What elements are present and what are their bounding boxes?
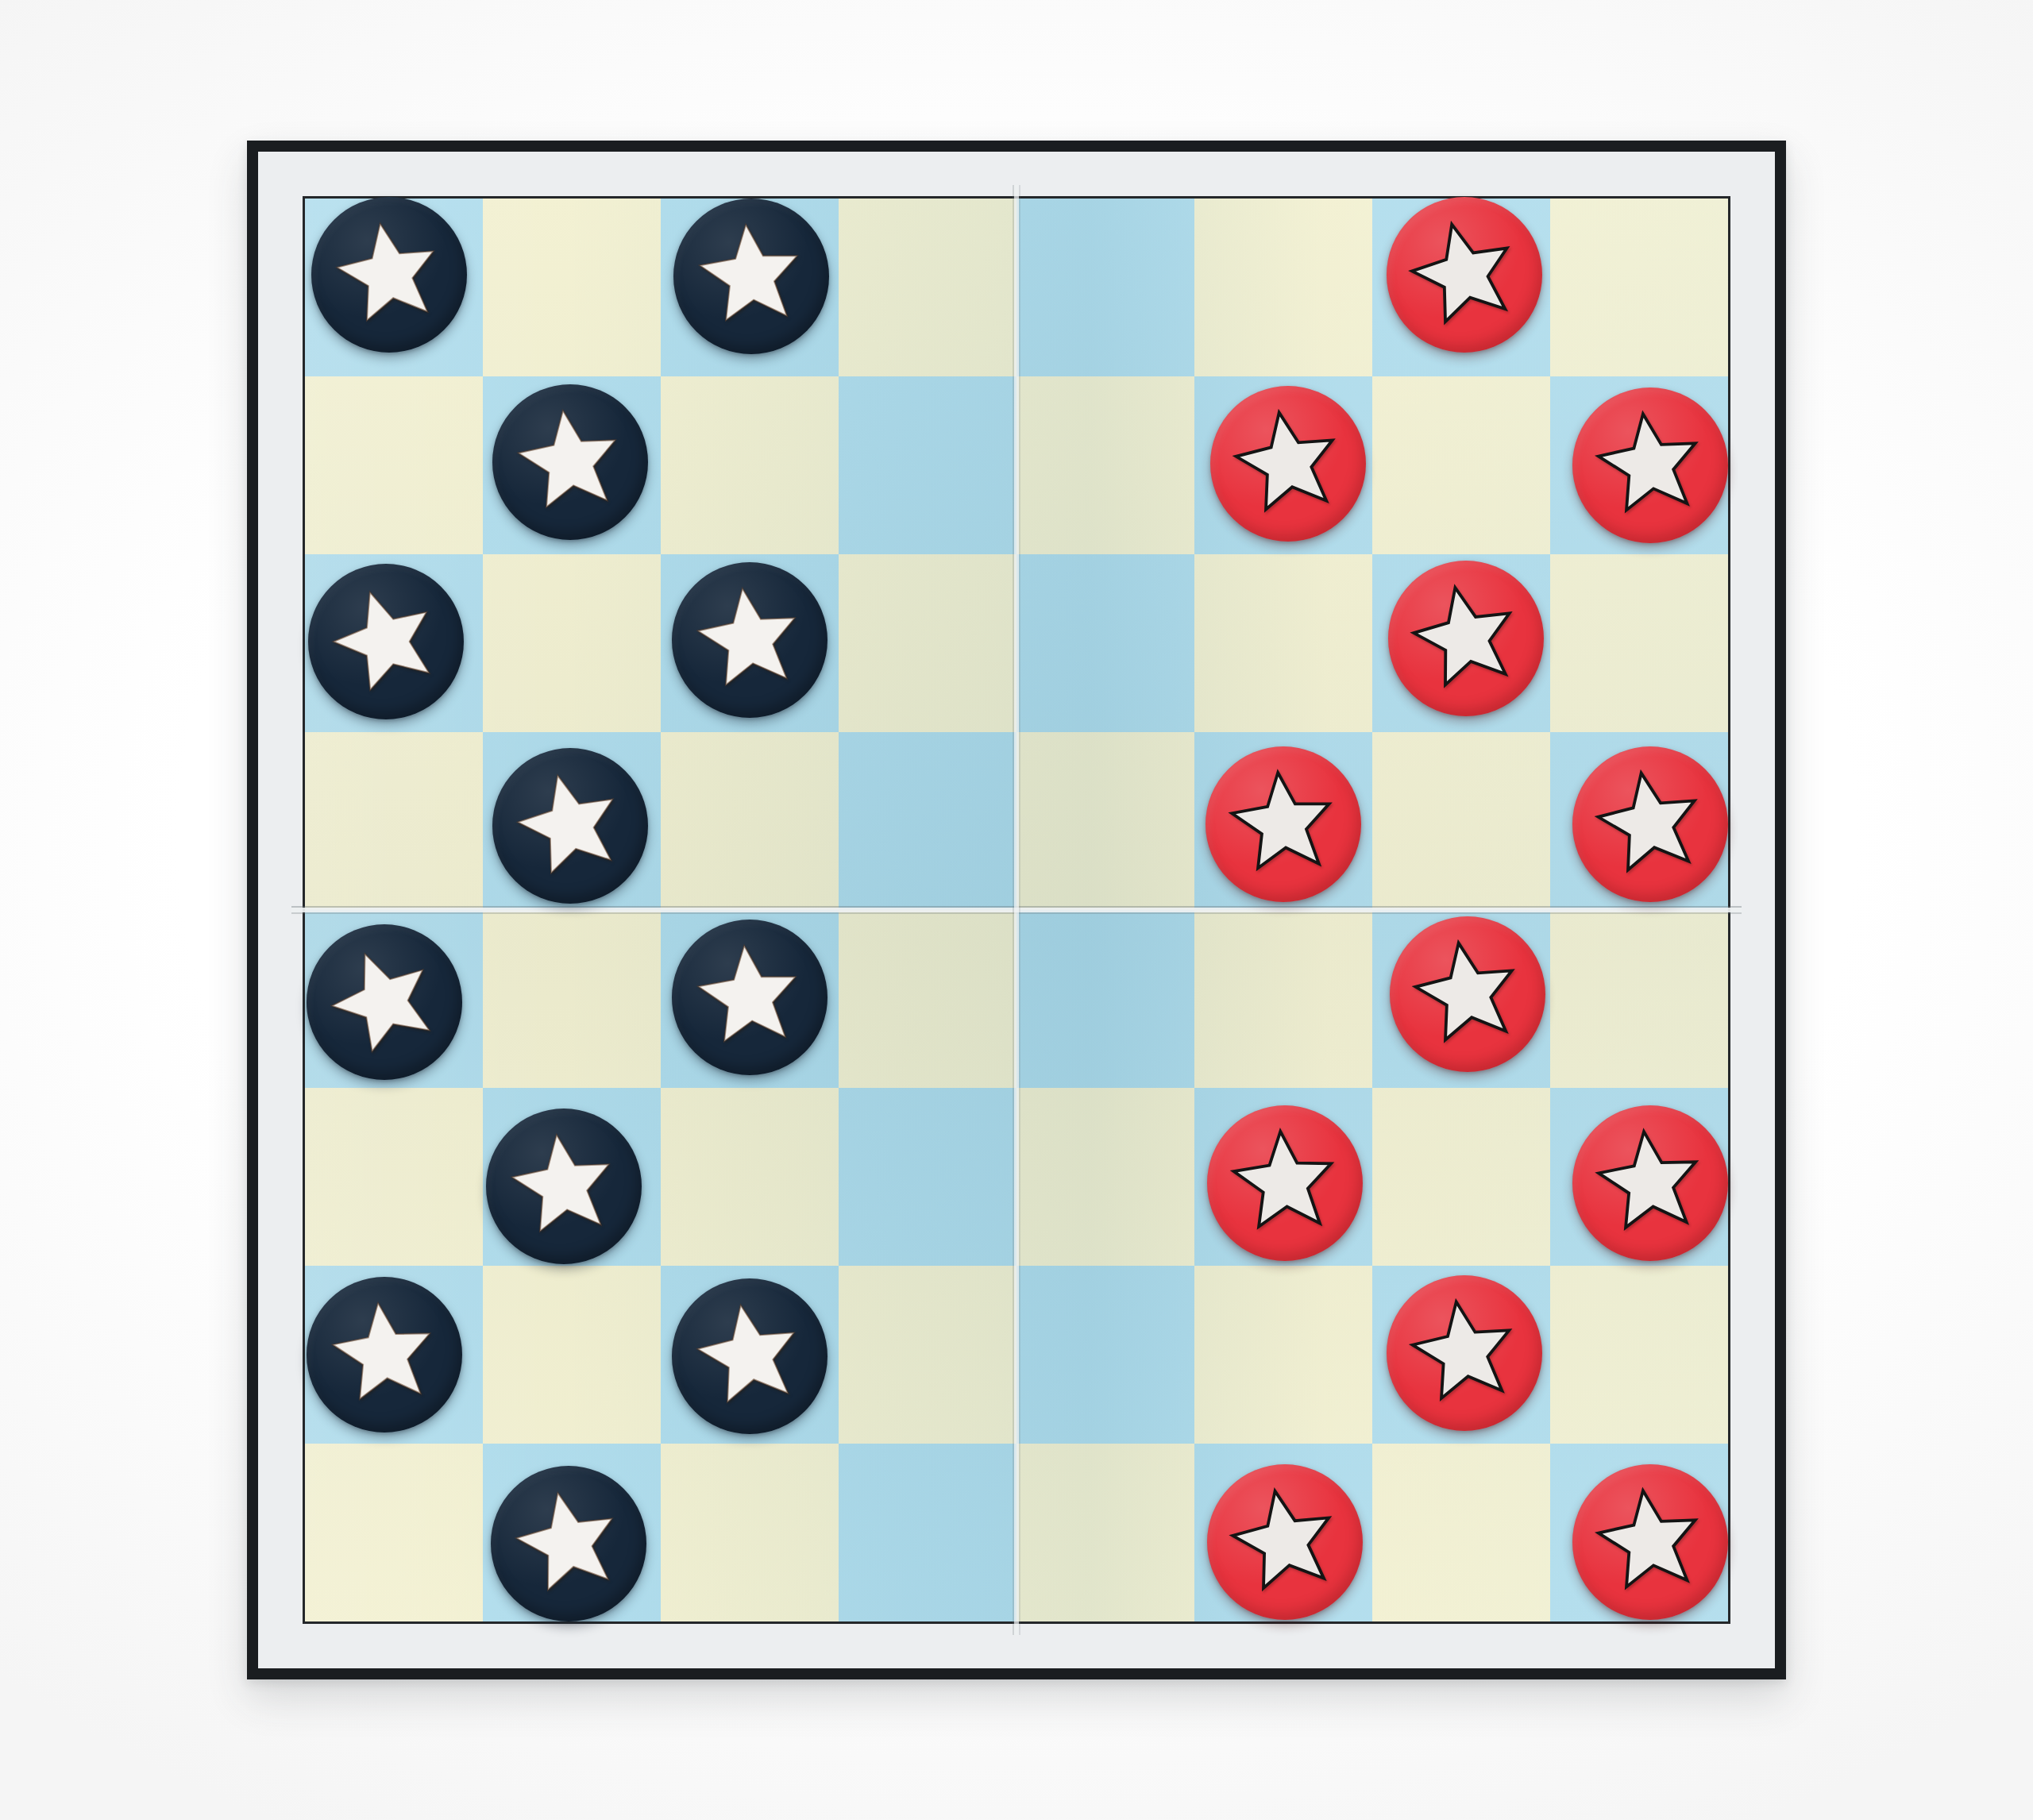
- square-r3c2[interactable]: [483, 554, 661, 732]
- star-icon: [510, 765, 631, 886]
- square-r8c8[interactable]: [1550, 1444, 1728, 1621]
- star-icon: [689, 937, 810, 1058]
- checker-navy-r7c1[interactable]: [307, 1277, 462, 1432]
- checker-red-r2c6[interactable]: [1210, 386, 1366, 542]
- square-r7c6[interactable]: [1194, 1266, 1372, 1444]
- square-r3c1[interactable]: [305, 554, 483, 732]
- square-r8c5[interactable]: [1016, 1444, 1194, 1621]
- square-r7c2[interactable]: [483, 1266, 661, 1444]
- square-r6c1[interactable]: [305, 1088, 483, 1266]
- checker-navy-r7c3[interactable]: [672, 1278, 827, 1434]
- checker-red-r4c6[interactable]: [1206, 746, 1361, 902]
- star-icon: [510, 402, 631, 522]
- square-r7c1[interactable]: [305, 1266, 483, 1444]
- checker-red-r8c8[interactable]: [1572, 1464, 1728, 1620]
- checker-navy-r4c2[interactable]: [492, 748, 648, 904]
- star-icon: [1228, 403, 1348, 524]
- square-r4c2[interactable]: [483, 732, 661, 910]
- square-r5c2[interactable]: [483, 910, 661, 1088]
- checker-navy-r8c2[interactable]: [491, 1466, 646, 1621]
- square-r5c4[interactable]: [839, 910, 1016, 1088]
- square-r2c4[interactable]: [839, 376, 1016, 554]
- square-r3c4[interactable]: [839, 554, 1016, 732]
- checker-navy-r2c2[interactable]: [492, 384, 648, 540]
- star-icon: [329, 214, 449, 335]
- checker-navy-r6c2[interactable]: [486, 1109, 642, 1264]
- square-r1c4[interactable]: [839, 199, 1016, 376]
- checker-red-r1c7[interactable]: [1387, 197, 1542, 353]
- star-icon: [1225, 1482, 1345, 1602]
- checker-red-r6c6[interactable]: [1207, 1105, 1363, 1261]
- star-icon: [326, 581, 446, 702]
- square-r2c7[interactable]: [1372, 376, 1550, 554]
- square-r8c2[interactable]: [483, 1444, 661, 1621]
- checker-navy-r5c1[interactable]: [307, 924, 462, 1080]
- square-r2c6[interactable]: [1194, 376, 1372, 554]
- square-r8c7[interactable]: [1372, 1444, 1550, 1621]
- square-r4c7[interactable]: [1372, 732, 1550, 910]
- star-icon: [1590, 1482, 1711, 1602]
- star-icon: [503, 1126, 624, 1247]
- checker-red-r3c7[interactable]: [1388, 561, 1544, 716]
- square-r1c3[interactable]: [661, 199, 839, 376]
- square-r6c5[interactable]: [1016, 1088, 1194, 1266]
- fold-seam-vertical: [1014, 185, 1019, 1635]
- square-r3c3[interactable]: [661, 554, 839, 732]
- board-frame: [303, 196, 1730, 1624]
- square-r5c6[interactable]: [1194, 910, 1372, 1088]
- checker-navy-r1c1[interactable]: [311, 197, 467, 353]
- square-r4c4[interactable]: [839, 732, 1016, 910]
- square-r1c5[interactable]: [1016, 199, 1194, 376]
- square-r6c6[interactable]: [1194, 1088, 1372, 1266]
- square-r3c5[interactable]: [1016, 554, 1194, 732]
- square-r5c5[interactable]: [1016, 910, 1194, 1088]
- star-icon: [1590, 764, 1711, 885]
- checker-navy-r3c1[interactable]: [308, 564, 464, 719]
- square-r7c3[interactable]: [661, 1266, 839, 1444]
- square-r5c1[interactable]: [305, 910, 483, 1088]
- checkers-board: [247, 141, 1786, 1679]
- square-r6c7[interactable]: [1372, 1088, 1550, 1266]
- checker-navy-r1c3[interactable]: [673, 199, 829, 354]
- square-r4c3[interactable]: [661, 732, 839, 910]
- square-r1c2[interactable]: [483, 199, 661, 376]
- star-icon: [1404, 214, 1525, 335]
- square-r3c6[interactable]: [1194, 554, 1372, 732]
- square-r8c6[interactable]: [1194, 1444, 1372, 1621]
- checker-navy-r3c3[interactable]: [672, 562, 827, 718]
- square-r1c1[interactable]: [305, 199, 483, 376]
- square-r6c4[interactable]: [839, 1088, 1016, 1266]
- square-r6c2[interactable]: [483, 1088, 661, 1266]
- star-icon: [324, 1294, 445, 1415]
- photo-background: [0, 0, 2033, 1820]
- square-r4c8[interactable]: [1550, 732, 1728, 910]
- star-icon: [1590, 1123, 1711, 1244]
- square-r5c3[interactable]: [661, 910, 839, 1088]
- square-r8c3[interactable]: [661, 1444, 839, 1621]
- star-icon: [691, 216, 812, 337]
- square-r7c8[interactable]: [1550, 1266, 1728, 1444]
- star-icon: [1404, 1293, 1525, 1413]
- square-r2c5[interactable]: [1016, 376, 1194, 554]
- square-r3c7[interactable]: [1372, 554, 1550, 732]
- checker-red-r2c8[interactable]: [1572, 388, 1728, 543]
- square-r1c8[interactable]: [1550, 199, 1728, 376]
- square-r5c7[interactable]: [1372, 910, 1550, 1088]
- star-icon: [1406, 578, 1526, 699]
- checker-red-r6c8[interactable]: [1572, 1105, 1728, 1261]
- square-r2c8[interactable]: [1550, 376, 1728, 554]
- square-r2c1[interactable]: [305, 376, 483, 554]
- checker-red-r8c6[interactable]: [1207, 1464, 1363, 1620]
- checker-red-r4c8[interactable]: [1572, 746, 1728, 902]
- star-icon: [1225, 1123, 1345, 1244]
- star-icon: [1223, 764, 1344, 885]
- square-r8c1[interactable]: [305, 1444, 483, 1621]
- square-r6c3[interactable]: [661, 1088, 839, 1266]
- star-icon: [1407, 934, 1528, 1055]
- star-icon: [689, 580, 810, 700]
- square-r1c6[interactable]: [1194, 199, 1372, 376]
- square-r2c3[interactable]: [661, 376, 839, 554]
- checker-red-r7c7[interactable]: [1387, 1275, 1542, 1431]
- checker-red-r5c7[interactable]: [1390, 916, 1545, 1072]
- star-icon: [324, 942, 445, 1062]
- square-r7c7[interactable]: [1372, 1266, 1550, 1444]
- square-r5c8[interactable]: [1550, 910, 1728, 1088]
- square-r4c6[interactable]: [1194, 732, 1372, 910]
- square-r8c4[interactable]: [839, 1444, 1016, 1621]
- star-icon: [508, 1483, 629, 1604]
- square-r6c8[interactable]: [1550, 1088, 1728, 1266]
- square-r4c5[interactable]: [1016, 732, 1194, 910]
- square-r7c4[interactable]: [839, 1266, 1016, 1444]
- square-r1c7[interactable]: [1372, 199, 1550, 376]
- star-icon: [1590, 405, 1711, 526]
- square-r3c8[interactable]: [1550, 554, 1728, 732]
- square-r7c5[interactable]: [1016, 1266, 1194, 1444]
- square-r2c2[interactable]: [483, 376, 661, 554]
- square-r4c1[interactable]: [305, 732, 483, 910]
- star-icon: [689, 1296, 810, 1417]
- checker-navy-r5c3[interactable]: [672, 920, 827, 1075]
